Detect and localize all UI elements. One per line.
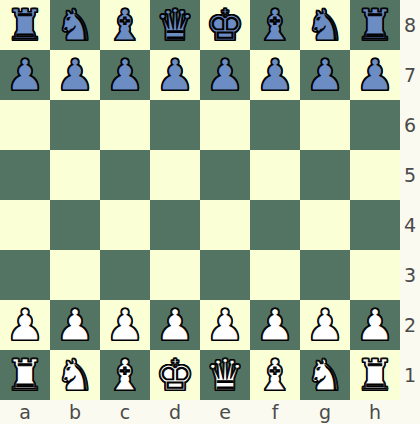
- rank-label-3: 3: [400, 250, 420, 300]
- rank-label-8: 8: [400, 0, 420, 50]
- piece-white-rook[interactable]: ♜: [356, 350, 395, 400]
- square-h3[interactable]: [350, 250, 400, 300]
- square-d1[interactable]: ♚: [150, 350, 200, 400]
- square-d5[interactable]: [150, 150, 200, 200]
- square-f4[interactable]: [250, 200, 300, 250]
- piece-black-rook[interactable]: ♜: [6, 0, 45, 50]
- square-a2[interactable]: ♟: [0, 300, 50, 350]
- square-b7[interactable]: ♟: [50, 50, 100, 100]
- piece-black-pawn[interactable]: ♟: [156, 50, 195, 100]
- piece-white-pawn[interactable]: ♟: [356, 300, 395, 350]
- square-d4[interactable]: [150, 200, 200, 250]
- square-f7[interactable]: ♟: [250, 50, 300, 100]
- piece-white-knight[interactable]: ♞: [56, 350, 95, 400]
- square-b5[interactable]: [50, 150, 100, 200]
- square-g8[interactable]: ♞: [300, 0, 350, 50]
- square-f8[interactable]: ♝: [250, 0, 300, 50]
- square-e7[interactable]: ♟: [200, 50, 250, 100]
- rank-label-5: 5: [400, 150, 420, 200]
- rank-label-1: 1: [400, 350, 420, 400]
- square-e2[interactable]: ♟: [200, 300, 250, 350]
- square-g4[interactable]: [300, 200, 350, 250]
- square-b3[interactable]: [50, 250, 100, 300]
- piece-white-queen[interactable]: ♛: [206, 350, 245, 400]
- square-d3[interactable]: [150, 250, 200, 300]
- square-c4[interactable]: [100, 200, 150, 250]
- square-h7[interactable]: ♟: [350, 50, 400, 100]
- file-label-c: c: [100, 400, 150, 424]
- file-label-f: f: [250, 400, 300, 424]
- piece-white-knight[interactable]: ♞: [306, 350, 345, 400]
- square-h2[interactable]: ♟: [350, 300, 400, 350]
- square-f5[interactable]: [250, 150, 300, 200]
- square-b8[interactable]: ♞: [50, 0, 100, 50]
- rank-label-6: 6: [400, 100, 420, 150]
- piece-black-bishop[interactable]: ♝: [106, 0, 145, 50]
- piece-white-king[interactable]: ♚: [156, 350, 195, 400]
- square-a7[interactable]: ♟: [0, 50, 50, 100]
- piece-black-queen[interactable]: ♛: [156, 0, 195, 50]
- piece-black-pawn[interactable]: ♟: [206, 50, 245, 100]
- square-a8[interactable]: ♜: [0, 0, 50, 50]
- square-e3[interactable]: [200, 250, 250, 300]
- piece-black-rook[interactable]: ♜: [356, 0, 395, 50]
- piece-black-pawn[interactable]: ♟: [356, 50, 395, 100]
- square-b4[interactable]: [50, 200, 100, 250]
- file-label-d: d: [150, 400, 200, 424]
- square-e8[interactable]: ♚: [200, 0, 250, 50]
- square-f6[interactable]: [250, 100, 300, 150]
- square-f1[interactable]: ♝: [250, 350, 300, 400]
- square-h5[interactable]: [350, 150, 400, 200]
- piece-white-rook[interactable]: ♜: [6, 350, 45, 400]
- square-g1[interactable]: ♞: [300, 350, 350, 400]
- piece-white-pawn[interactable]: ♟: [56, 300, 95, 350]
- square-a6[interactable]: [0, 100, 50, 150]
- piece-black-pawn[interactable]: ♟: [56, 50, 95, 100]
- piece-white-bishop[interactable]: ♝: [106, 350, 145, 400]
- square-f3[interactable]: [250, 250, 300, 300]
- rank-label-4: 4: [400, 200, 420, 250]
- square-c8[interactable]: ♝: [100, 0, 150, 50]
- square-h8[interactable]: ♜: [350, 0, 400, 50]
- square-d2[interactable]: ♟: [150, 300, 200, 350]
- square-b6[interactable]: [50, 100, 100, 150]
- chess-board-app: ♜♞♝♛♚♝♞♜8♟♟♟♟♟♟♟♟76543♟♟♟♟♟♟♟♟2♜♞♝♚♛♝♞♜1…: [0, 0, 420, 424]
- piece-black-king[interactable]: ♚: [206, 0, 245, 50]
- file-label-a: a: [0, 400, 50, 424]
- piece-white-pawn[interactable]: ♟: [106, 300, 145, 350]
- square-d8[interactable]: ♛: [150, 0, 200, 50]
- square-b1[interactable]: ♞: [50, 350, 100, 400]
- square-c2[interactable]: ♟: [100, 300, 150, 350]
- piece-black-pawn[interactable]: ♟: [256, 50, 295, 100]
- square-h6[interactable]: [350, 100, 400, 150]
- square-b2[interactable]: ♟: [50, 300, 100, 350]
- square-c7[interactable]: ♟: [100, 50, 150, 100]
- piece-black-pawn[interactable]: ♟: [306, 50, 345, 100]
- square-a5[interactable]: [0, 150, 50, 200]
- piece-white-pawn[interactable]: ♟: [156, 300, 195, 350]
- piece-black-bishop[interactable]: ♝: [256, 0, 295, 50]
- square-f2[interactable]: ♟: [250, 300, 300, 350]
- square-g5[interactable]: [300, 150, 350, 200]
- corner-spacer: [400, 400, 420, 424]
- square-a3[interactable]: [0, 250, 50, 300]
- square-e6[interactable]: [200, 100, 250, 150]
- square-c3[interactable]: [100, 250, 150, 300]
- square-d7[interactable]: ♟: [150, 50, 200, 100]
- square-g2[interactable]: ♟: [300, 300, 350, 350]
- piece-black-pawn[interactable]: ♟: [6, 50, 45, 100]
- square-d6[interactable]: [150, 100, 200, 150]
- piece-white-bishop[interactable]: ♝: [256, 350, 295, 400]
- file-label-e: e: [200, 400, 250, 424]
- rank-label-7: 7: [400, 50, 420, 100]
- square-h4[interactable]: [350, 200, 400, 250]
- square-e4[interactable]: [200, 200, 250, 250]
- square-a1[interactable]: ♜: [0, 350, 50, 400]
- square-g3[interactable]: [300, 250, 350, 300]
- file-label-b: b: [50, 400, 100, 424]
- piece-white-pawn[interactable]: ♟: [306, 300, 345, 350]
- piece-white-pawn[interactable]: ♟: [6, 300, 45, 350]
- square-g6[interactable]: [300, 100, 350, 150]
- chess-board: ♜♞♝♛♚♝♞♜8♟♟♟♟♟♟♟♟76543♟♟♟♟♟♟♟♟2♜♞♝♚♛♝♞♜1…: [0, 0, 420, 424]
- piece-black-knight[interactable]: ♞: [56, 0, 95, 50]
- piece-white-pawn[interactable]: ♟: [256, 300, 295, 350]
- rank-label-2: 2: [400, 300, 420, 350]
- piece-black-pawn[interactable]: ♟: [106, 50, 145, 100]
- square-a4[interactable]: [0, 200, 50, 250]
- square-g7[interactable]: ♟: [300, 50, 350, 100]
- square-c6[interactable]: [100, 100, 150, 150]
- square-c1[interactable]: ♝: [100, 350, 150, 400]
- square-e5[interactable]: [200, 150, 250, 200]
- piece-black-knight[interactable]: ♞: [306, 0, 345, 50]
- file-label-g: g: [300, 400, 350, 424]
- square-h1[interactable]: ♜: [350, 350, 400, 400]
- square-c5[interactable]: [100, 150, 150, 200]
- file-label-h: h: [350, 400, 400, 424]
- square-e1[interactable]: ♛: [200, 350, 250, 400]
- piece-white-pawn[interactable]: ♟: [206, 300, 245, 350]
